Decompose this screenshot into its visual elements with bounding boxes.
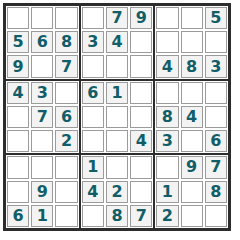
cell-r5c7: 8 <box>156 106 178 128</box>
cell-r1c4[interactable] <box>82 7 104 29</box>
box-3-3: 97182 <box>154 154 229 229</box>
cell-r4c3[interactable] <box>55 82 77 104</box>
cell-r6c8[interactable] <box>181 130 203 152</box>
cell-r9c1: 6 <box>7 205 29 227</box>
cell-r8c4: 4 <box>82 181 104 203</box>
cell-r9c3[interactable] <box>55 205 77 227</box>
cell-r6c5[interactable] <box>106 130 128 152</box>
cell-r1c5: 7 <box>106 7 128 29</box>
cell-r4c5: 1 <box>106 82 128 104</box>
cell-r9c2: 1 <box>31 205 53 227</box>
cell-r1c8[interactable] <box>181 7 203 29</box>
cell-r7c3[interactable] <box>55 156 77 178</box>
cell-r5c1[interactable] <box>7 106 29 128</box>
cell-r5c3: 6 <box>55 106 77 128</box>
cell-r1c3[interactable] <box>55 7 77 29</box>
cell-r3c3: 7 <box>55 55 77 77</box>
cell-r4c8[interactable] <box>181 82 203 104</box>
cell-r8c3[interactable] <box>55 181 77 203</box>
cell-r6c3: 2 <box>55 130 77 152</box>
cell-r8c1[interactable] <box>7 181 29 203</box>
cell-r8c8[interactable] <box>181 181 203 203</box>
cell-r4c9[interactable] <box>205 82 227 104</box>
box-1-1: 56897 <box>5 5 80 80</box>
box-2-3: 8436 <box>154 80 229 155</box>
cell-r1c1[interactable] <box>7 7 29 29</box>
box-1-2: 7934 <box>80 5 155 80</box>
box-2-1: 43762 <box>5 80 80 155</box>
cell-r3c6[interactable] <box>130 55 152 77</box>
cell-r7c7[interactable] <box>156 156 178 178</box>
cell-r9c8[interactable] <box>181 205 203 227</box>
cell-r4c7[interactable] <box>156 82 178 104</box>
cell-r3c2[interactable] <box>31 55 53 77</box>
cell-r2c5: 4 <box>106 31 128 53</box>
cell-r5c4[interactable] <box>82 106 104 128</box>
cell-r5c8: 4 <box>181 106 203 128</box>
cell-r4c4: 6 <box>82 82 104 104</box>
cell-r1c6: 9 <box>130 7 152 29</box>
cell-r4c6[interactable] <box>130 82 152 104</box>
cell-r5c2: 7 <box>31 106 53 128</box>
cell-r8c5: 2 <box>106 181 128 203</box>
cell-r6c1[interactable] <box>7 130 29 152</box>
cell-r9c6: 7 <box>130 205 152 227</box>
cell-r7c4: 1 <box>82 156 104 178</box>
cell-r8c7: 1 <box>156 181 178 203</box>
cell-r1c9: 5 <box>205 7 227 29</box>
cell-r7c1[interactable] <box>7 156 29 178</box>
cell-r6c2[interactable] <box>31 130 53 152</box>
cell-r2c9[interactable] <box>205 31 227 53</box>
cell-r8c9: 8 <box>205 181 227 203</box>
cell-r4c2: 3 <box>31 82 53 104</box>
cell-r4c1: 4 <box>7 82 29 104</box>
sudoku-board: 56897793454834376261484369611428797182 <box>3 3 231 231</box>
cell-r3c5[interactable] <box>106 55 128 77</box>
cell-r5c5[interactable] <box>106 106 128 128</box>
cell-r6c9: 6 <box>205 130 227 152</box>
cell-r8c6[interactable] <box>130 181 152 203</box>
cell-r7c5[interactable] <box>106 156 128 178</box>
cell-r2c6[interactable] <box>130 31 152 53</box>
cell-r2c7[interactable] <box>156 31 178 53</box>
cell-r3c4[interactable] <box>82 55 104 77</box>
cell-r5c9[interactable] <box>205 106 227 128</box>
cell-r3c1: 9 <box>7 55 29 77</box>
box-3-1: 961 <box>5 154 80 229</box>
cell-r8c2: 9 <box>31 181 53 203</box>
cell-r3c7: 4 <box>156 55 178 77</box>
cell-r1c7[interactable] <box>156 7 178 29</box>
cell-r6c7: 3 <box>156 130 178 152</box>
cell-r9c4[interactable] <box>82 205 104 227</box>
cell-r2c1: 5 <box>7 31 29 53</box>
cell-r5c6[interactable] <box>130 106 152 128</box>
box-3-2: 14287 <box>80 154 155 229</box>
cell-r7c2[interactable] <box>31 156 53 178</box>
cell-r2c3: 8 <box>55 31 77 53</box>
box-2-2: 614 <box>80 80 155 155</box>
cell-r3c8: 8 <box>181 55 203 77</box>
cell-r6c4[interactable] <box>82 130 104 152</box>
cell-r9c5: 8 <box>106 205 128 227</box>
box-1-3: 5483 <box>154 5 229 80</box>
cell-r9c9[interactable] <box>205 205 227 227</box>
cell-r2c4: 3 <box>82 31 104 53</box>
cell-r2c8[interactable] <box>181 31 203 53</box>
cell-r7c6[interactable] <box>130 156 152 178</box>
cell-r7c9: 7 <box>205 156 227 178</box>
cell-r3c9: 3 <box>205 55 227 77</box>
cell-r6c6: 4 <box>130 130 152 152</box>
cell-r7c8: 9 <box>181 156 203 178</box>
cell-r9c7: 2 <box>156 205 178 227</box>
cell-r2c2: 6 <box>31 31 53 53</box>
cell-r1c2[interactable] <box>31 7 53 29</box>
